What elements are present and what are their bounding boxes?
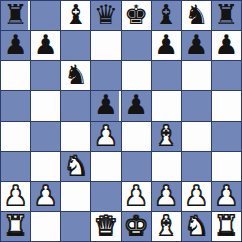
black-bishop: ♝ (154, 1, 178, 28)
square-c5[interactable] (61, 91, 90, 120)
white-pawn: ♟ (3, 182, 27, 209)
square-h3[interactable] (212, 152, 241, 181)
square-d7[interactable] (91, 31, 120, 60)
square-g1[interactable]: ♞ (182, 212, 211, 241)
white-rook: ♜ (3, 212, 27, 239)
square-g4[interactable] (182, 122, 211, 151)
square-e8[interactable]: ♚ (122, 1, 151, 30)
square-a3[interactable] (1, 152, 30, 181)
white-bishop: ♝ (154, 212, 178, 239)
black-king: ♚ (124, 1, 148, 28)
black-pawn: ♟ (34, 31, 58, 58)
chess-board: ♜♝♛♚♝♞♜♟♟♟♟♟♞♟♟♟♝♞♟♟♟♟♟♟♜♛♚♝♞♜ (0, 0, 242, 242)
square-g7[interactable]: ♟ (182, 31, 211, 60)
square-e5[interactable]: ♟ (122, 91, 151, 120)
square-d3[interactable] (91, 152, 120, 181)
square-d1[interactable]: ♛ (91, 212, 120, 241)
square-a8[interactable]: ♜ (1, 1, 30, 30)
white-bishop: ♝ (154, 122, 178, 149)
black-bishop: ♝ (64, 1, 88, 28)
square-e4[interactable] (122, 122, 151, 151)
black-pawn: ♟ (154, 31, 178, 58)
square-g5[interactable] (182, 91, 211, 120)
square-b7[interactable]: ♟ (31, 31, 60, 60)
square-f3[interactable] (152, 152, 181, 181)
square-h2[interactable]: ♟ (212, 182, 241, 211)
white-rook: ♜ (214, 212, 238, 239)
black-knight: ♞ (64, 61, 88, 88)
white-pawn: ♟ (154, 182, 178, 209)
square-e6[interactable] (122, 61, 151, 90)
square-f1[interactable]: ♝ (152, 212, 181, 241)
square-h7[interactable]: ♟ (212, 31, 241, 60)
square-f8[interactable]: ♝ (152, 1, 181, 30)
square-d6[interactable] (91, 61, 120, 90)
square-f2[interactable]: ♟ (152, 182, 181, 211)
white-knight: ♞ (64, 152, 88, 179)
white-pawn: ♟ (214, 182, 238, 209)
square-a7[interactable]: ♟ (1, 31, 30, 60)
square-b5[interactable] (31, 91, 60, 120)
square-b8[interactable] (31, 1, 60, 30)
square-a1[interactable]: ♜ (1, 212, 30, 241)
square-h5[interactable] (212, 91, 241, 120)
square-c8[interactable]: ♝ (61, 1, 90, 30)
square-g2[interactable]: ♟ (182, 182, 211, 211)
square-g3[interactable] (182, 152, 211, 181)
white-pawn: ♟ (94, 122, 118, 149)
chess-app: ♜♝♛♚♝♞♜♟♟♟♟♟♞♟♟♟♝♞♟♟♟♟♟♟♜♛♚♝♞♜ (0, 0, 242, 242)
square-d2[interactable] (91, 182, 120, 211)
black-rook: ♜ (3, 1, 27, 28)
square-b6[interactable] (31, 61, 60, 90)
square-f5[interactable] (152, 91, 181, 120)
square-e2[interactable]: ♟ (122, 182, 151, 211)
square-b1[interactable] (31, 212, 60, 241)
white-knight: ♞ (184, 212, 208, 239)
square-h1[interactable]: ♜ (212, 212, 241, 241)
white-king: ♚ (124, 212, 148, 239)
black-pawn: ♟ (3, 31, 27, 58)
square-h8[interactable]: ♜ (212, 1, 241, 30)
square-a5[interactable] (1, 91, 30, 120)
square-d8[interactable]: ♛ (91, 1, 120, 30)
black-pawn: ♟ (214, 31, 238, 58)
black-knight: ♞ (184, 1, 208, 28)
square-b2[interactable]: ♟ (31, 182, 60, 211)
black-pawn: ♟ (184, 31, 208, 58)
square-e1[interactable]: ♚ (122, 212, 151, 241)
square-d5[interactable]: ♟ (91, 91, 120, 120)
square-e7[interactable] (122, 31, 151, 60)
square-c7[interactable] (61, 31, 90, 60)
square-b3[interactable] (31, 152, 60, 181)
square-c6[interactable]: ♞ (61, 61, 90, 90)
black-rook: ♜ (214, 1, 238, 28)
white-pawn: ♟ (34, 182, 58, 209)
black-pawn: ♟ (94, 91, 118, 118)
square-f6[interactable] (152, 61, 181, 90)
square-e3[interactable] (122, 152, 151, 181)
square-c2[interactable] (61, 182, 90, 211)
black-pawn: ♟ (124, 91, 148, 118)
black-queen: ♛ (94, 1, 118, 28)
square-a4[interactable] (1, 122, 30, 151)
square-g6[interactable] (182, 61, 211, 90)
square-c3[interactable]: ♞ (61, 152, 90, 181)
square-g8[interactable]: ♞ (182, 1, 211, 30)
square-a2[interactable]: ♟ (1, 182, 30, 211)
square-h6[interactable] (212, 61, 241, 90)
square-h4[interactable] (212, 122, 241, 151)
white-queen: ♛ (94, 212, 118, 239)
square-a6[interactable] (1, 61, 30, 90)
white-pawn: ♟ (124, 182, 148, 209)
square-c4[interactable] (61, 122, 90, 151)
square-c1[interactable] (61, 212, 90, 241)
square-d4[interactable]: ♟ (91, 122, 120, 151)
square-f7[interactable]: ♟ (152, 31, 181, 60)
white-pawn: ♟ (184, 182, 208, 209)
square-b4[interactable] (31, 122, 60, 151)
square-f4[interactable]: ♝ (152, 122, 181, 151)
